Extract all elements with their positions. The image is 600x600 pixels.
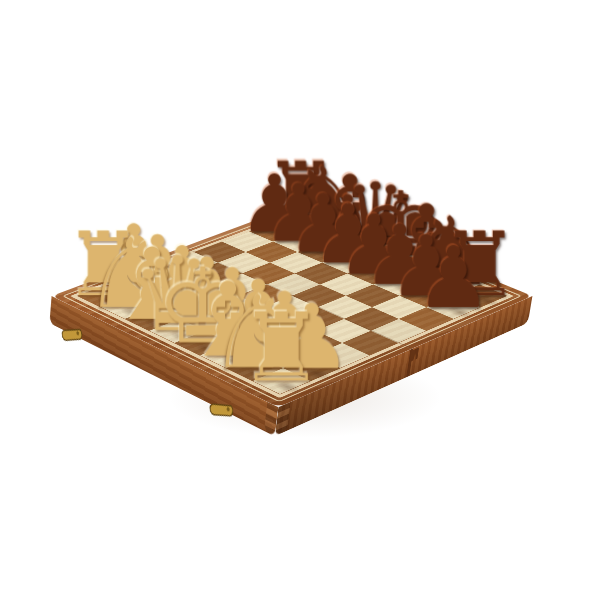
product-photo-scene: ♜♞♝♛♚♝♞♜♟♟♟♟♟♟♟♟♟♟♟♟♟♟♟♟♜♞♝♛♚♝♞♜ bbox=[0, 0, 600, 600]
